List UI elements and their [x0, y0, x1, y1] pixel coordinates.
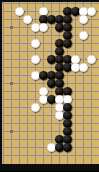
white-stone [39, 23, 48, 32]
white-stone [31, 103, 40, 112]
white-stone [79, 31, 88, 40]
go-board-frame [0, 0, 99, 171]
black-stone [63, 39, 72, 48]
board-bottom-edge [0, 164, 99, 172]
white-stone [15, 7, 24, 16]
board-left-edge [0, 0, 2, 171]
white-stone [87, 7, 96, 16]
white-stone [23, 15, 32, 24]
star-point [10, 130, 13, 133]
white-stone [87, 55, 96, 64]
black-stone [63, 143, 72, 152]
white-stone [31, 55, 40, 64]
board-top-edge [0, 0, 99, 2]
white-stone [79, 63, 88, 72]
star-point [10, 82, 13, 85]
white-stone [79, 15, 88, 24]
star-point [10, 26, 13, 29]
white-stone [31, 39, 40, 48]
